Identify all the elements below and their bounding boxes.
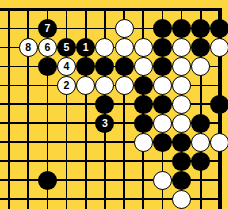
stone-white: [153, 76, 172, 95]
stone-black: [134, 114, 153, 133]
stone-white: 6: [38, 38, 57, 57]
stone-black: [38, 57, 57, 76]
stone-black: [172, 19, 191, 38]
go-board[interactable]: 78651423: [0, 0, 228, 209]
stone-white: [172, 114, 191, 133]
stone-black: 3: [95, 114, 114, 133]
stone-black: [153, 95, 172, 114]
stone-black: [172, 152, 191, 171]
grid-line-vertical: [8, 9, 10, 209]
stone-white: [210, 38, 228, 57]
stone-white: [134, 38, 153, 57]
board-top-edge: [0, 8, 222, 12]
stone-black: [76, 57, 95, 76]
stone-black: [153, 19, 172, 38]
stone-black: [38, 171, 57, 190]
stone-white: [191, 57, 210, 76]
stone-black: [210, 19, 228, 38]
stone-black: [191, 38, 210, 57]
move-number-label: 1: [83, 42, 89, 53]
move-number-label: 8: [25, 42, 31, 53]
stone-black: [95, 95, 114, 114]
stone-black: [95, 57, 114, 76]
stone-white: [134, 133, 153, 152]
stone-white: 8: [19, 38, 38, 57]
move-number-label: 4: [64, 61, 70, 72]
stone-white: [115, 76, 134, 95]
stone-white: [172, 190, 191, 209]
stone-black: [153, 133, 172, 152]
stone-black: [134, 95, 153, 114]
stone-black: [153, 57, 172, 76]
stone-white: [210, 133, 228, 152]
stone-black: [191, 152, 210, 171]
move-number-label: 5: [64, 42, 70, 53]
stone-black: [172, 171, 191, 190]
stone-white: [172, 76, 191, 95]
stone-black: [153, 38, 172, 57]
move-number-label: 3: [102, 118, 108, 129]
stone-black: [115, 57, 134, 76]
stone-black: [191, 114, 210, 133]
stone-white: [153, 171, 172, 190]
stone-black: [134, 76, 153, 95]
stone-white: [172, 57, 191, 76]
stone-black: 1: [76, 38, 95, 57]
stone-white: 4: [57, 57, 76, 76]
stone-black: [172, 133, 191, 152]
move-number-label: 6: [44, 42, 50, 53]
stone-white: [115, 19, 134, 38]
stone-white: [172, 38, 191, 57]
stone-white: [115, 38, 134, 57]
stone-white: [95, 76, 114, 95]
move-number-label: 2: [64, 80, 70, 91]
stone-white: 2: [57, 76, 76, 95]
stone-black: 7: [38, 19, 57, 38]
stone-black: 5: [57, 38, 76, 57]
stone-black: [210, 95, 228, 114]
stone-white: [95, 38, 114, 57]
stone-black: [191, 19, 210, 38]
stone-white: [153, 114, 172, 133]
stone-white: [191, 133, 210, 152]
move-number-label: 7: [44, 23, 50, 34]
stone-white: [172, 95, 191, 114]
stone-white: [76, 76, 95, 95]
stone-white: [134, 57, 153, 76]
